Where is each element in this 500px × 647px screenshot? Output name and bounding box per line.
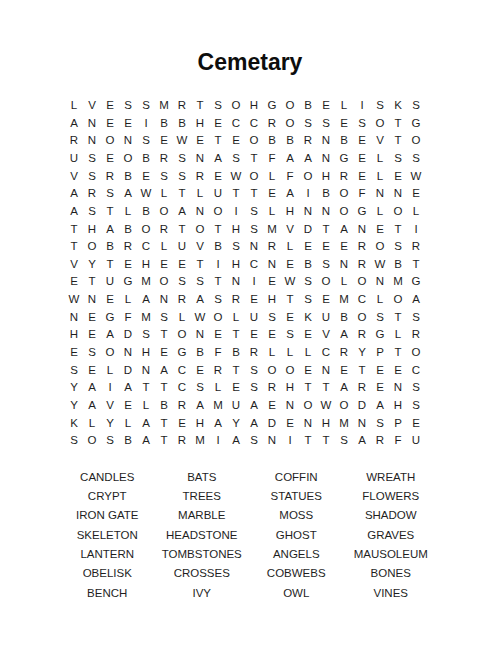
grid-cell-r2c5: I [137,115,155,133]
grid-cell-r3c4: N [119,132,137,150]
grid-cell-r9c10: S [227,238,245,256]
word-list-item: LANTERN [60,545,155,564]
word-list-item: HEADSTONE [155,526,250,545]
grid-cell-r19c16: M [335,415,353,433]
grid-cell-r13c20: S [407,309,425,327]
grid-cell-r17c6: T [155,379,173,397]
grid-cell-r9c18: O [371,238,389,256]
grid-cell-r12c1: W [65,291,83,309]
grid-cell-r5c17: E [353,168,371,186]
grid-cell-r15c17: Y [353,344,371,362]
grid-cell-r18c6: B [155,397,173,415]
grid-cell-r19c8: H [191,415,209,433]
grid-cell-r4c5: B [137,150,155,168]
grid-cell-r16c16: E [335,362,353,380]
grid-cell-r9c14: E [299,238,317,256]
grid-cell-r20c16: S [335,432,353,450]
grid-cell-r7c20: L [407,203,425,221]
word-list-item: FLOWERS [344,487,439,506]
word-list-item: GHOST [249,526,344,545]
grid-cell-r20c2: O [83,432,101,450]
grid-cell-r15c12: L [263,344,281,362]
grid-cell-r11c3: U [101,273,119,291]
grid-cell-r20c10: A [227,432,245,450]
grid-cell-r14c14: E [299,326,317,344]
word-list-item: MOSS [249,507,344,526]
grid-cell-r6c19: N [389,185,407,203]
grid-cell-r16c5: N [137,362,155,380]
grid-cell-r5c20: W [407,168,425,186]
grid-cell-r14c16: A [335,326,353,344]
grid-cell-r7c13: H [281,203,299,221]
grid-cell-r8c16: A [335,220,353,238]
grid-cell-r18c5: L [137,397,155,415]
grid-cell-r18c3: V [101,397,119,415]
grid-cell-r5c12: L [263,168,281,186]
grid-cell-r11c16: L [335,273,353,291]
grid-cell-r17c12: R [263,379,281,397]
grid-cell-r19c7: E [173,415,191,433]
grid-cell-r15c8: B [191,344,209,362]
grid-cell-r4c6: R [155,150,173,168]
grid-cell-r14c10: T [227,326,245,344]
grid-cell-r6c17: F [353,185,371,203]
grid-cell-r4c12: F [263,150,281,168]
grid-cell-r12c12: H [263,291,281,309]
grid-cell-r16c11: S [245,362,263,380]
grid-cell-r10c16: N [335,256,353,274]
grid-cell-r9c3: B [101,238,119,256]
grid-cell-r17c7: C [173,379,191,397]
grid-cell-r1c6: M [155,97,173,115]
grid-cell-r2c17: S [353,115,371,133]
grid-cell-r4c1: U [65,150,83,168]
grid-cell-r11c15: O [317,273,335,291]
grid-cell-r7c9: O [209,203,227,221]
word-list-item: MARBLE [155,507,250,526]
grid-cell-r17c3: I [101,379,119,397]
grid-cell-r17c2: A [83,379,101,397]
grid-cell-r4c10: S [227,150,245,168]
grid-cell-r9c7: U [173,238,191,256]
grid-cell-r8c1: T [65,220,83,238]
grid-cell-r12c6: N [155,291,173,309]
grid-cell-r16c20: C [407,362,425,380]
grid-cell-r7c19: O [389,203,407,221]
grid-cell-r18c2: A [83,397,101,415]
grid-cell-r3c7: W [173,132,191,150]
grid-cell-r18c7: R [173,397,191,415]
grid-cell-r15c4: N [119,344,137,362]
grid-cell-r14c2: E [83,326,101,344]
grid-cell-r14c8: N [191,326,209,344]
word-search-grid: LVESSMRTSOHGOBELISKSANEEIBBHECCROSSESOTG… [65,97,425,450]
grid-cell-r20c17: A [353,432,371,450]
grid-cell-r11c20: G [407,273,425,291]
grid-cell-r8c2: H [83,220,101,238]
grid-cell-r9c20: R [407,238,425,256]
grid-cell-r6c20: E [407,185,425,203]
grid-cell-r6c1: A [65,185,83,203]
grid-cell-r14c5: S [137,326,155,344]
grid-cell-r17c9: L [209,379,227,397]
grid-cell-r10c17: R [353,256,371,274]
grid-cell-r16c14: E [299,362,317,380]
grid-cell-r2c16: E [335,115,353,133]
grid-cell-r9c5: C [137,238,155,256]
word-list-item: STATUES [249,487,344,506]
grid-cell-r18c13: N [281,397,299,415]
grid-cell-r12c17: C [353,291,371,309]
grid-cell-r1c9: S [209,97,227,115]
grid-cell-r14c9: E [209,326,227,344]
grid-cell-r1c15: E [317,97,335,115]
grid-cell-r14c19: L [389,326,407,344]
grid-cell-r1c5: S [137,97,155,115]
grid-cell-r3c1: R [65,132,83,150]
word-list-item: TREES [155,487,250,506]
grid-cell-r2c18: O [371,115,389,133]
grid-cell-r12c5: A [137,291,155,309]
word-list-item: SHADOW [344,507,439,526]
grid-cell-r6c12: E [263,185,281,203]
grid-cell-r5c5: E [137,168,155,186]
grid-cell-r16c18: E [371,362,389,380]
grid-cell-r9c12: R [263,238,281,256]
grid-cell-r15c10: B [227,344,245,362]
grid-cell-r15c20: O [407,344,425,362]
grid-cell-r8c18: E [371,220,389,238]
grid-cell-r3c17: E [353,132,371,150]
grid-cell-r6c18: N [371,185,389,203]
grid-cell-r15c13: L [281,344,299,362]
grid-cell-r9c9: B [209,238,227,256]
grid-cell-r1c14: B [299,97,317,115]
grid-cell-r14c13: S [281,326,299,344]
grid-cell-r20c11: S [245,432,263,450]
grid-cell-r6c3: S [101,185,119,203]
word-list-item: WREATH [344,468,439,487]
grid-cell-r20c12: N [263,432,281,450]
grid-cell-r8c6: R [155,220,173,238]
word-list-item: TOMBSTONES [155,545,250,564]
grid-cell-r19c2: L [83,415,101,433]
grid-cell-r10c19: B [389,256,407,274]
grid-cell-r10c7: E [173,256,191,274]
grid-cell-r7c12: L [263,203,281,221]
grid-cell-r7c10: I [227,203,245,221]
grid-cell-r12c3: E [101,291,119,309]
grid-cell-r4c14: A [299,150,317,168]
grid-cell-r5c18: L [371,168,389,186]
grid-cell-r18c17: D [353,397,371,415]
grid-cell-r10c14: B [299,256,317,274]
grid-cell-r16c2: E [83,362,101,380]
grid-cell-r19c13: E [281,415,299,433]
grid-cell-r9c2: O [83,238,101,256]
grid-cell-r20c7: R [173,432,191,450]
grid-cell-r11c18: N [371,273,389,291]
grid-cell-r13c2: E [83,309,101,327]
grid-cell-r3c20: O [407,132,425,150]
grid-cell-r10c1: V [65,256,83,274]
grid-cell-r12c14: S [299,291,317,309]
grid-cell-r7c8: N [191,203,209,221]
grid-cell-r1c7: R [173,97,191,115]
grid-cell-r14c15: V [317,326,335,344]
grid-cell-r4c4: O [119,150,137,168]
grid-cell-r7c15: N [317,203,335,221]
grid-cell-r5c19: E [389,168,407,186]
grid-cell-r13c1: N [65,309,83,327]
grid-cell-r12c15: E [317,291,335,309]
grid-cell-r15c16: R [335,344,353,362]
grid-cell-r14c12: E [263,326,281,344]
grid-cell-r17c8: S [191,379,209,397]
word-list-item: CRYPT [60,487,155,506]
word-list-item: OBELISK [60,564,155,583]
grid-cell-r10c3: T [101,256,119,274]
grid-cell-r16c13: O [281,362,299,380]
grid-cell-r8c7: T [173,220,191,238]
grid-cell-r8c4: B [119,220,137,238]
grid-cell-r18c19: H [389,397,407,415]
grid-cell-r18c12: E [263,397,281,415]
grid-cell-r2c13: O [281,115,299,133]
grid-cell-r20c19: F [389,432,407,450]
grid-cell-r7c1: A [65,203,83,221]
grid-cell-r4c18: L [371,150,389,168]
grid-cell-r11c7: S [173,273,191,291]
grid-cell-r2c12: R [263,115,281,133]
grid-cell-r15c2: S [83,344,101,362]
grid-cell-r14c11: E [245,326,263,344]
grid-cell-r1c20: S [407,97,425,115]
word-list-item: IVY [155,584,250,603]
grid-cell-r20c8: M [191,432,209,450]
grid-cell-r17c19: N [389,379,407,397]
grid-cell-r13c13: E [281,309,299,327]
word-list-item: GRAVES [344,526,439,545]
grid-cell-r10c13: E [281,256,299,274]
grid-cell-r14c20: R [407,326,425,344]
grid-cell-r19c5: A [137,415,155,433]
grid-cell-r4c3: E [101,150,119,168]
word-list-item: COBWEBS [249,564,344,583]
grid-cell-r11c14: S [299,273,317,291]
grid-cell-r11c2: T [83,273,101,291]
grid-cell-r5c6: S [155,168,173,186]
grid-cell-r7c14: N [299,203,317,221]
word-list-item: OWL [249,584,344,603]
grid-cell-r2c19: T [389,115,407,133]
grid-cell-r17c18: E [371,379,389,397]
grid-cell-r4c19: S [389,150,407,168]
grid-cell-r7c6: O [155,203,173,221]
grid-cell-r5c16: R [335,168,353,186]
grid-cell-r6c16: O [335,185,353,203]
grid-cell-r13c4: F [119,309,137,327]
grid-cell-r15c18: P [371,344,389,362]
grid-cell-r6c4: A [119,185,137,203]
grid-cell-r6c13: A [281,185,299,203]
grid-cell-r2c14: S [299,115,317,133]
grid-cell-r8c10: H [227,220,245,238]
grid-cell-r3c8: E [191,132,209,150]
grid-cell-r6c15: B [317,185,335,203]
word-list-item: BATS [155,468,250,487]
grid-cell-r11c10: N [227,273,245,291]
grid-cell-r10c10: H [227,256,245,274]
grid-cell-r3c19: T [389,132,407,150]
grid-cell-r8c9: T [209,220,227,238]
grid-cell-r20c6: T [155,432,173,450]
grid-cell-r18c11: A [245,397,263,415]
grid-cell-r7c16: O [335,203,353,221]
grid-cell-r7c18: L [371,203,389,221]
grid-cell-r11c12: E [263,273,281,291]
grid-cell-r1c4: S [119,97,137,115]
puzzle-title: Cemetary [0,49,500,76]
grid-cell-r5c15: H [317,168,335,186]
grid-cell-r1c10: O [227,97,245,115]
grid-cell-r12c10: R [227,291,245,309]
grid-cell-r8c15: T [317,220,335,238]
grid-cell-r6c10: T [227,185,245,203]
grid-cell-r19c12: D [263,415,281,433]
grid-cell-r19c11: A [245,415,263,433]
grid-cell-r15c19: T [389,344,407,362]
grid-cell-r2c7: B [173,115,191,133]
grid-cell-r16c9: R [209,362,227,380]
grid-cell-r2c10: C [227,115,245,133]
grid-cell-r12c13: T [281,291,299,309]
grid-cell-r11c4: G [119,273,137,291]
grid-cell-r13c14: K [299,309,317,327]
grid-cell-r5c7: S [173,168,191,186]
grid-cell-r12c9: S [209,291,227,309]
grid-cell-r17c4: A [119,379,137,397]
grid-cell-r7c3: T [101,203,119,221]
grid-cell-r17c14: T [299,379,317,397]
grid-cell-r10c20: T [407,256,425,274]
grid-cell-r3c13: B [281,132,299,150]
grid-cell-r16c6: A [155,362,173,380]
grid-cell-r17c16: A [335,379,353,397]
grid-cell-r2c3: E [101,115,119,133]
word-list-item: ANGELS [249,545,344,564]
grid-cell-r3c5: S [137,132,155,150]
grid-cell-r14c18: G [371,326,389,344]
grid-cell-r9c16: E [335,238,353,256]
grid-cell-r6c8: L [191,185,209,203]
grid-cell-r4c7: S [173,150,191,168]
grid-cell-r17c5: T [137,379,155,397]
grid-cell-r19c19: P [389,415,407,433]
grid-cell-r4c8: N [191,150,209,168]
grid-cell-r9c19: S [389,238,407,256]
grid-cell-r2c20: G [407,115,425,133]
grid-cell-r13c15: U [317,309,335,327]
grid-cell-r20c18: R [371,432,389,450]
grid-cell-r5c3: R [101,168,119,186]
grid-cell-r17c11: S [245,379,263,397]
grid-cell-r5c14: O [299,168,317,186]
grid-cell-r18c18: A [371,397,389,415]
word-list-item: BENCH [60,584,155,603]
grid-cell-r3c18: V [371,132,389,150]
grid-cell-r18c16: O [335,397,353,415]
grid-cell-r18c15: W [317,397,335,415]
grid-cell-r1c19: K [389,97,407,115]
word-list-item: CROSSES [155,564,250,583]
grid-cell-r12c18: L [371,291,389,309]
grid-cell-r9c1: T [65,238,83,256]
grid-cell-r17c13: H [281,379,299,397]
grid-cell-r10c9: I [209,256,227,274]
grid-cell-r6c14: I [299,185,317,203]
grid-cell-r10c6: E [155,256,173,274]
grid-cell-r20c9: I [209,432,227,450]
grid-cell-r2c9: E [209,115,227,133]
grid-cell-r15c7: G [173,344,191,362]
grid-cell-r11c5: M [137,273,155,291]
grid-cell-r13c12: S [263,309,281,327]
grid-cell-r15c3: O [101,344,119,362]
grid-cell-r1c3: E [101,97,119,115]
grid-cell-r8c8: O [191,220,209,238]
grid-cell-r10c11: C [245,256,263,274]
grid-cell-r16c19: E [389,362,407,380]
grid-cell-r14c4: D [119,326,137,344]
grid-cell-r20c4: B [119,432,137,450]
grid-cell-r19c14: N [299,415,317,433]
grid-cell-r5c1: V [65,168,83,186]
word-list-item: COFFIN [249,468,344,487]
grid-cell-r15c11: R [245,344,263,362]
grid-cell-r20c14: T [299,432,317,450]
grid-cell-r9c17: R [353,238,371,256]
grid-cell-r11c9: T [209,273,227,291]
grid-cell-r13c19: T [389,309,407,327]
grid-cell-r18c9: M [209,397,227,415]
grid-cell-r8c17: N [353,220,371,238]
grid-cell-r4c17: E [353,150,371,168]
grid-cell-r4c15: N [317,150,335,168]
grid-cell-r15c9: F [209,344,227,362]
grid-cell-r6c7: T [173,185,191,203]
grid-cell-r3c12: B [263,132,281,150]
grid-cell-r16c7: C [173,362,191,380]
grid-cell-r11c8: S [191,273,209,291]
grid-cell-r19c10: Y [227,415,245,433]
grid-cell-r14c1: H [65,326,83,344]
grid-cell-r9c13: L [281,238,299,256]
grid-cell-r8c12: M [263,220,281,238]
grid-cell-r10c8: T [191,256,209,274]
grid-cell-r13c9: O [209,309,227,327]
grid-cell-r6c11: T [245,185,263,203]
grid-cell-r8c5: O [137,220,155,238]
grid-cell-r5c11: O [245,168,263,186]
grid-cell-r11c13: W [281,273,299,291]
grid-cell-r16c1: S [65,362,83,380]
grid-cell-r10c12: N [263,256,281,274]
grid-cell-r13c11: U [245,309,263,327]
grid-cell-r6c6: L [155,185,173,203]
grid-cell-r19c17: N [353,415,371,433]
grid-cell-r10c18: W [371,256,389,274]
